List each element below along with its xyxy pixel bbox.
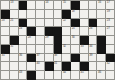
crossword-cell[interactable]: 19: [106, 10, 115, 19]
crossword-cell[interactable]: [36, 19, 45, 28]
crossword-cell[interactable]: [89, 62, 98, 71]
clue-number: 33: [80, 45, 83, 48]
crossword-cell[interactable]: [97, 62, 106, 71]
clue-number: 25: [72, 27, 75, 30]
crossword-cell[interactable]: [54, 10, 63, 19]
black-cell: [45, 62, 54, 71]
black-cell: [80, 36, 89, 45]
crossword-cell[interactable]: [80, 27, 89, 36]
crossword-cell[interactable]: 24: [19, 27, 28, 36]
black-cell: [97, 36, 106, 45]
black-cell: [71, 1, 80, 10]
black-cell: [1, 45, 10, 54]
crossword-cell[interactable]: [10, 54, 19, 63]
crossword-cell[interactable]: 17: [106, 1, 115, 10]
crossword-cell[interactable]: 43: [19, 71, 28, 80]
crossword-cell[interactable]: [54, 71, 63, 80]
black-cell: [106, 54, 115, 63]
crossword-cell[interactable]: [36, 45, 45, 54]
crossword-cell[interactable]: [36, 27, 45, 36]
crossword-cell[interactable]: 36: [19, 54, 28, 63]
black-cell: [62, 62, 71, 71]
crossword-cell[interactable]: [19, 45, 28, 54]
crossword-cell[interactable]: 34: [89, 45, 98, 54]
black-cell: [62, 10, 71, 19]
clue-number: 45: [80, 71, 83, 74]
crossword-cell[interactable]: 33: [80, 45, 89, 54]
crossword-cell[interactable]: [36, 10, 45, 19]
clue-number: 23: [107, 19, 110, 22]
clue-number: 31: [10, 45, 13, 48]
black-cell: [1, 10, 10, 19]
crossword-cell[interactable]: 42: [106, 62, 115, 71]
crossword-cell[interactable]: [27, 1, 36, 10]
crossword-cell[interactable]: 20: [1, 19, 10, 28]
crossword-cell[interactable]: [1, 71, 10, 80]
crossword-cell[interactable]: [80, 10, 89, 19]
black-cell: [27, 54, 36, 63]
crossword-cell[interactable]: [80, 1, 89, 10]
crossword-cell[interactable]: 15: [62, 1, 71, 10]
crossword-cell[interactable]: 21: [10, 19, 19, 28]
clue-number: 16: [98, 1, 101, 4]
crossword-cell[interactable]: 22: [62, 19, 71, 28]
crossword-cell[interactable]: [54, 19, 63, 28]
crossword-cell[interactable]: [45, 10, 54, 19]
crossword-cell[interactable]: 37: [36, 54, 45, 63]
clue-number: 39: [89, 54, 92, 57]
crossword-cell[interactable]: [97, 54, 106, 63]
black-cell: [27, 71, 36, 80]
crossword-cell[interactable]: [80, 54, 89, 63]
clue-number: 27: [107, 27, 110, 30]
clue-number: 28: [28, 36, 31, 39]
crossword-cell[interactable]: 13: [10, 1, 19, 10]
clue-number: 44: [63, 71, 66, 74]
clue-number: 17: [107, 1, 110, 4]
crossword-cell[interactable]: [36, 36, 45, 45]
black-cell: [10, 36, 19, 45]
crossword-cell[interactable]: [19, 62, 28, 71]
clue-number: 38: [54, 54, 57, 57]
crossword-cell[interactable]: [62, 36, 71, 45]
crossword-cell[interactable]: 25: [71, 27, 80, 36]
clue-number: 32: [63, 45, 66, 48]
crossword-cell[interactable]: [36, 1, 45, 10]
crossword-cell[interactable]: [1, 36, 10, 45]
crossword-cell[interactable]: [10, 71, 19, 80]
crossword-cell[interactable]: [54, 1, 63, 10]
black-cell: [54, 45, 63, 54]
crossword-cell[interactable]: 40: [36, 62, 45, 71]
crossword-cell[interactable]: [27, 45, 36, 54]
black-cell: [27, 27, 36, 36]
clue-number: 14: [45, 1, 48, 4]
crossword-cell[interactable]: [36, 71, 45, 80]
crossword-cell[interactable]: [10, 62, 19, 71]
clue-number: 18: [72, 10, 75, 13]
clue-number: 34: [89, 45, 92, 48]
clue-number: 43: [19, 71, 22, 74]
crossword-cell[interactable]: [45, 71, 54, 80]
crossword-cell[interactable]: [27, 62, 36, 71]
crossword-cell[interactable]: [97, 10, 106, 19]
crossword-cell[interactable]: [27, 10, 36, 19]
crossword-cell[interactable]: [1, 27, 10, 36]
clue-number: 35: [2, 54, 5, 57]
crossword-cell[interactable]: [1, 1, 10, 10]
black-cell: [19, 1, 28, 10]
black-cell: [71, 19, 80, 28]
crossword-cell[interactable]: 18: [71, 10, 80, 19]
crossword-cell[interactable]: 44: [62, 71, 71, 80]
crossword-cell[interactable]: [89, 71, 98, 80]
clue-number: 22: [63, 19, 66, 22]
crossword-cell[interactable]: [71, 62, 80, 71]
crossword-cell[interactable]: [10, 10, 19, 19]
crossword-cell[interactable]: 28: [27, 36, 36, 45]
crossword-cell[interactable]: [19, 36, 28, 45]
crossword-cell[interactable]: [45, 45, 54, 54]
clue-number: 26: [89, 27, 92, 30]
clue-number: 29: [45, 36, 48, 39]
crossword-cell[interactable]: [62, 27, 71, 36]
crossword-cell[interactable]: 30: [71, 36, 80, 45]
clue-number: 41: [54, 62, 57, 65]
clue-number: 13: [10, 1, 13, 4]
black-cell: [45, 27, 54, 36]
crossword-cell[interactable]: 45: [80, 71, 89, 80]
crossword-cell[interactable]: [62, 54, 71, 63]
crossword-cell[interactable]: [71, 71, 80, 80]
crossword-cell[interactable]: 32: [62, 45, 71, 54]
crossword-cell[interactable]: [89, 1, 98, 10]
crossword-cell[interactable]: [1, 62, 10, 71]
crossword-cell[interactable]: 27: [106, 27, 115, 36]
crossword-cell[interactable]: 23: [106, 19, 115, 28]
crossword-cell[interactable]: [106, 36, 115, 45]
black-cell: [54, 27, 63, 36]
clue-number: 24: [19, 27, 22, 30]
crossword-cell[interactable]: 35: [1, 54, 10, 63]
crossword-cell[interactable]: 29: [45, 36, 54, 45]
black-cell: [71, 54, 80, 63]
crossword-cell[interactable]: [106, 45, 115, 54]
crossword-cell[interactable]: [71, 45, 80, 54]
black-cell: [80, 62, 89, 71]
crossword-cell[interactable]: 26: [89, 27, 98, 36]
crossword-cell[interactable]: 14: [45, 1, 54, 10]
black-cell: [19, 19, 28, 28]
crossword-cell[interactable]: 31: [10, 45, 19, 54]
clue-number: 21: [10, 19, 13, 22]
clue-number: 37: [37, 54, 40, 57]
crossword-cell[interactable]: [89, 36, 98, 45]
crossword-cell[interactable]: 39: [89, 54, 98, 63]
crossword-cell[interactable]: [19, 10, 28, 19]
crossword-cell[interactable]: 41: [54, 62, 63, 71]
crossword-grid: 1314151617181920212223242526272829303132…: [0, 0, 115, 80]
clue-number: 30: [72, 36, 75, 39]
black-cell: [89, 19, 98, 28]
crossword-cell[interactable]: [97, 19, 106, 28]
clue-number: 19: [107, 10, 110, 13]
crossword-cell[interactable]: [10, 27, 19, 36]
crossword-cell[interactable]: [80, 19, 89, 28]
black-cell: [97, 45, 106, 54]
crossword-cell[interactable]: 38: [54, 54, 63, 63]
clue-number: 15: [63, 1, 66, 4]
crossword-cell[interactable]: [106, 71, 115, 80]
crossword-cell[interactable]: 46: [97, 71, 106, 80]
crossword-cell[interactable]: [27, 19, 36, 28]
black-cell: [54, 36, 63, 45]
crossword-cell[interactable]: [89, 10, 98, 19]
crossword-cell[interactable]: [97, 27, 106, 36]
clue-number: 40: [37, 62, 40, 65]
crossword-cell[interactable]: 16: [97, 1, 106, 10]
clue-number: 42: [107, 62, 110, 65]
clue-number: 46: [98, 71, 101, 74]
clue-number: 36: [19, 54, 22, 57]
crossword-cell[interactable]: [45, 54, 54, 63]
clue-number: 20: [2, 19, 5, 22]
crossword-cell[interactable]: [45, 19, 54, 28]
